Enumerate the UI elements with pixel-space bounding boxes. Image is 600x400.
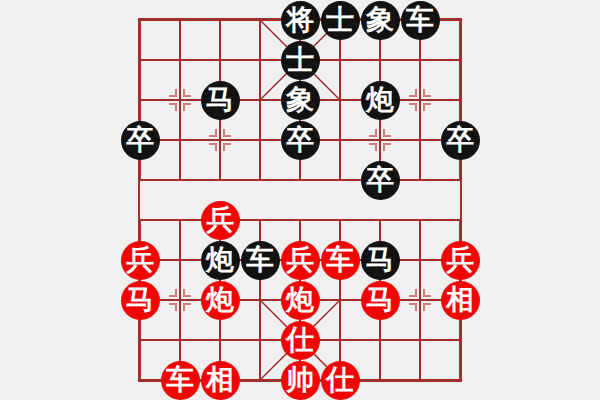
piece-black-advisor[interactable]: 士 [321, 1, 360, 40]
piece-red-general[interactable]: 帅 [281, 361, 320, 400]
piece-red-advisor[interactable]: 仕 [281, 321, 320, 360]
piece-red-soldier[interactable]: 兵 [281, 241, 320, 280]
piece-black-soldier[interactable]: 卒 [121, 121, 160, 160]
xiangqi-board: 将士象车士马象炮卒卒卒卒兵兵炮车兵车马兵马炮炮马相仕车相帅仕 [138, 18, 462, 382]
piece-black-soldier[interactable]: 卒 [281, 121, 320, 160]
piece-red-soldier[interactable]: 兵 [121, 241, 160, 280]
piece-black-horse[interactable]: 马 [361, 241, 400, 280]
piece-black-soldier[interactable]: 卒 [441, 121, 480, 160]
piece-red-chariot[interactable]: 车 [321, 241, 360, 280]
piece-red-soldier[interactable]: 兵 [441, 241, 480, 280]
xiangqi-position-screenshot: 将士象车士马象炮卒卒卒卒兵兵炮车兵车马兵马炮炮马相仕车相帅仕 [0, 0, 600, 400]
piece-red-advisor[interactable]: 仕 [321, 361, 360, 400]
piece-black-cannon[interactable]: 炮 [201, 241, 240, 280]
piece-black-soldier[interactable]: 卒 [361, 161, 400, 200]
piece-red-cannon[interactable]: 炮 [201, 281, 240, 320]
piece-red-cannon[interactable]: 炮 [281, 281, 320, 320]
piece-red-soldier[interactable]: 兵 [201, 201, 240, 240]
piece-black-chariot[interactable]: 车 [401, 1, 440, 40]
piece-black-horse[interactable]: 马 [201, 81, 240, 120]
piece-black-elephant[interactable]: 象 [281, 81, 320, 120]
piece-red-horse[interactable]: 马 [361, 281, 400, 320]
piece-black-cannon[interactable]: 炮 [361, 81, 400, 120]
pieces-layer: 将士象车士马象炮卒卒卒卒兵兵炮车兵车马兵马炮炮马相仕车相帅仕 [140, 20, 460, 380]
piece-red-elephant[interactable]: 相 [441, 281, 480, 320]
piece-black-general[interactable]: 将 [281, 1, 320, 40]
piece-red-chariot[interactable]: 车 [161, 361, 200, 400]
piece-black-elephant[interactable]: 象 [361, 1, 400, 40]
piece-red-elephant[interactable]: 相 [201, 361, 240, 400]
piece-red-horse[interactable]: 马 [121, 281, 160, 320]
piece-black-advisor[interactable]: 士 [281, 41, 320, 80]
piece-black-chariot[interactable]: 车 [241, 241, 280, 280]
